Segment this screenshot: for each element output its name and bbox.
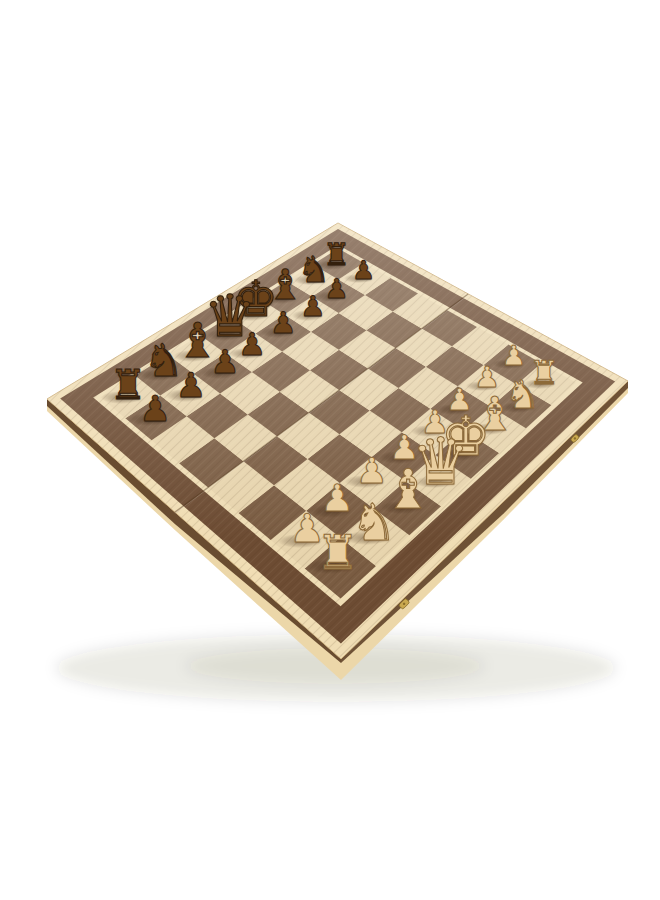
light-sheen-overlay <box>47 223 628 659</box>
product-photo-chess-set: ♜♟♞♟♝♚♟♟♛♟♝♟♟♞♜♟♟♜♞♟♟♝♟♚♟♟♛♝♟♞♟♜ <box>0 0 660 900</box>
chess-board <box>0 0 660 900</box>
